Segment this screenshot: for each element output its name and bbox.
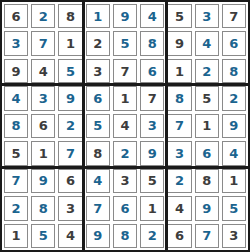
cell-r6c7[interactable]: 3	[167, 141, 191, 165]
cell-r2c2[interactable]: 7	[31, 31, 55, 55]
cell-r5c1[interactable]: 8	[4, 114, 28, 138]
cell-r3c3[interactable]: 5	[58, 59, 82, 83]
cell-r8c2[interactable]: 8	[31, 196, 55, 220]
cell-r4c1[interactable]: 4	[4, 86, 28, 110]
cell-r1c5[interactable]: 9	[113, 4, 137, 28]
cell-r8c4[interactable]: 7	[86, 196, 110, 220]
cell-r4c7[interactable]: 8	[167, 86, 191, 110]
cell-r5c4[interactable]: 5	[86, 114, 110, 138]
cell-r3c9[interactable]: 8	[222, 59, 246, 83]
cell-r7c5[interactable]: 3	[113, 169, 137, 193]
cell-r6c2[interactable]: 1	[31, 141, 55, 165]
cell-r2c7[interactable]: 9	[167, 31, 191, 55]
cell-r2c5[interactable]: 5	[113, 31, 137, 55]
cell-r7c9[interactable]: 1	[222, 169, 246, 193]
box-divider-vertical-2	[165, 2, 168, 250]
cell-r7c8[interactable]: 8	[195, 169, 219, 193]
cell-r9c3[interactable]: 4	[58, 224, 82, 248]
cell-r6c5[interactable]: 2	[113, 141, 137, 165]
cell-r9c7[interactable]: 6	[167, 224, 191, 248]
cell-r1c2[interactable]: 2	[31, 4, 55, 28]
sudoku-grid: 6281945373712589469453761284396178528625…	[4, 4, 246, 248]
cell-r1c8[interactable]: 3	[195, 4, 219, 28]
cell-r1c7[interactable]: 5	[167, 4, 191, 28]
box-divider-horizontal-1	[2, 83, 248, 86]
cell-r1c3[interactable]: 8	[58, 4, 82, 28]
cell-r3c5[interactable]: 7	[113, 59, 137, 83]
cell-r4c3[interactable]: 9	[58, 86, 82, 110]
cell-r8c6[interactable]: 1	[140, 196, 164, 220]
cell-r7c3[interactable]: 6	[58, 169, 82, 193]
cell-r3c4[interactable]: 3	[86, 59, 110, 83]
box-divider-horizontal-2	[2, 166, 248, 169]
cell-r2c8[interactable]: 4	[195, 31, 219, 55]
cell-r3c1[interactable]: 9	[4, 59, 28, 83]
cell-r9c8[interactable]: 7	[195, 224, 219, 248]
cell-r7c4[interactable]: 4	[86, 169, 110, 193]
cell-r9c9[interactable]: 3	[222, 224, 246, 248]
cell-r9c2[interactable]: 5	[31, 224, 55, 248]
cell-r4c9[interactable]: 2	[222, 86, 246, 110]
cell-r3c2[interactable]: 4	[31, 59, 55, 83]
cell-r5c6[interactable]: 3	[140, 114, 164, 138]
cell-r9c6[interactable]: 2	[140, 224, 164, 248]
cell-r2c3[interactable]: 1	[58, 31, 82, 55]
cell-r9c4[interactable]: 9	[86, 224, 110, 248]
cell-r7c2[interactable]: 9	[31, 169, 55, 193]
cell-r4c6[interactable]: 7	[140, 86, 164, 110]
cell-r2c4[interactable]: 2	[86, 31, 110, 55]
cell-r6c1[interactable]: 5	[4, 141, 28, 165]
cell-r7c6[interactable]: 5	[140, 169, 164, 193]
cell-r4c5[interactable]: 1	[113, 86, 137, 110]
cell-r2c9[interactable]: 6	[222, 31, 246, 55]
cell-r1c4[interactable]: 1	[86, 4, 110, 28]
cell-r1c1[interactable]: 6	[4, 4, 28, 28]
box-divider-vertical-1	[82, 2, 85, 250]
sudoku-board: 6281945373712589469453761284396178528625…	[0, 0, 250, 252]
cell-r4c2[interactable]: 3	[31, 86, 55, 110]
cell-r8c5[interactable]: 6	[113, 196, 137, 220]
cell-r8c1[interactable]: 2	[4, 196, 28, 220]
cell-r9c1[interactable]: 1	[4, 224, 28, 248]
cell-r8c9[interactable]: 5	[222, 196, 246, 220]
cell-r5c2[interactable]: 6	[31, 114, 55, 138]
cell-r5c9[interactable]: 9	[222, 114, 246, 138]
cell-r4c4[interactable]: 6	[86, 86, 110, 110]
cell-r1c9[interactable]: 7	[222, 4, 246, 28]
cell-r8c7[interactable]: 4	[167, 196, 191, 220]
cell-r4c8[interactable]: 5	[195, 86, 219, 110]
cell-r3c7[interactable]: 1	[167, 59, 191, 83]
cell-r2c1[interactable]: 3	[4, 31, 28, 55]
cell-r5c5[interactable]: 4	[113, 114, 137, 138]
cell-r6c9[interactable]: 4	[222, 141, 246, 165]
cell-r1c6[interactable]: 4	[140, 4, 164, 28]
cell-r3c6[interactable]: 6	[140, 59, 164, 83]
cell-r6c4[interactable]: 8	[86, 141, 110, 165]
cell-r5c7[interactable]: 7	[167, 114, 191, 138]
cell-r6c8[interactable]: 6	[195, 141, 219, 165]
cell-r5c3[interactable]: 2	[58, 114, 82, 138]
cell-r8c8[interactable]: 9	[195, 196, 219, 220]
cell-r6c3[interactable]: 7	[58, 141, 82, 165]
cell-r5c8[interactable]: 1	[195, 114, 219, 138]
cell-r9c5[interactable]: 8	[113, 224, 137, 248]
cell-r8c3[interactable]: 3	[58, 196, 82, 220]
cell-r3c8[interactable]: 2	[195, 59, 219, 83]
cell-r7c7[interactable]: 2	[167, 169, 191, 193]
cell-r7c1[interactable]: 7	[4, 169, 28, 193]
cell-r6c6[interactable]: 9	[140, 141, 164, 165]
cell-r2c6[interactable]: 8	[140, 31, 164, 55]
